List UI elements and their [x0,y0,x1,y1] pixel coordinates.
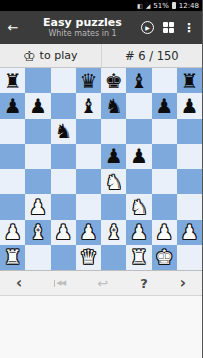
white-pawn: ♟ [130,222,148,242]
bottom-toolbar: ‹ ◀◀ ↩ ? › [0,270,202,296]
square-c7[interactable] [51,93,76,118]
overflow-menu-button[interactable]: ⋮ [183,21,195,35]
white-knight: ♞ [130,197,148,217]
back-arrow-icon: ← [8,20,19,35]
square-g2[interactable]: ♟ [152,220,177,245]
white-queen: ♛ [79,247,97,267]
black-pawn: ♟ [155,96,173,116]
status-bar: ◧ ◢ 51% 12:48 [0,0,202,11]
square-f5[interactable]: ♟ [126,144,151,169]
overflow-icon: ⋮ [183,21,195,35]
square-h2[interactable]: ♟ [177,220,202,245]
square-f7[interactable] [126,93,151,118]
square-b3[interactable]: ♟ [25,194,50,219]
black-pawn: ♟ [4,96,22,116]
square-f6[interactable] [126,119,151,144]
square-d5[interactable] [76,144,101,169]
white-pawn: ♟ [54,222,72,242]
square-h7[interactable]: ♟ [177,93,202,118]
square-c3[interactable] [51,194,76,219]
square-b1[interactable] [25,245,50,270]
square-h3[interactable] [177,194,202,219]
to-play-indicator: ♔ to play [0,44,101,67]
previous-puzzle-button[interactable]: ‹ [16,276,22,291]
empty-bottom-area [0,296,202,358]
white-pawn: ♟ [29,197,47,217]
square-g8[interactable] [152,68,177,93]
square-h5[interactable] [177,144,202,169]
white-pawn: ♟ [155,222,173,242]
square-d3[interactable] [76,194,101,219]
hint-button[interactable]: ? [140,277,148,290]
square-d8[interactable]: ♛ [76,68,101,93]
square-d4[interactable] [76,169,101,194]
square-c8[interactable] [51,68,76,93]
square-c6[interactable]: ♞ [51,119,76,144]
square-d1[interactable]: ♛ [76,245,101,270]
black-pawn: ♟ [180,96,198,116]
to-play-label: to play [40,49,78,62]
square-a7[interactable]: ♟ [0,93,25,118]
square-f8[interactable]: ♝ [126,68,151,93]
square-e2[interactable]: ♝ [101,220,126,245]
square-e5[interactable]: ♟ [101,144,126,169]
square-a5[interactable] [0,144,25,169]
app-window: ◧ ◢ 51% 12:48 ← Easy puzzles White mates… [0,0,202,358]
square-e3[interactable] [101,194,126,219]
back-button[interactable]: ← [0,20,26,35]
status-time: 12:48 [179,2,199,10]
black-pawn: ♟ [29,96,47,116]
square-a6[interactable] [0,119,25,144]
puzzle-counter: # 6 / 150 [125,49,179,63]
black-knight: ♞ [54,121,72,141]
next-puzzle-button[interactable]: › [180,276,186,291]
square-f4[interactable] [126,169,151,194]
square-b4[interactable] [25,169,50,194]
black-rook: ♜ [180,71,198,91]
square-e8[interactable]: ♚ [101,68,126,93]
square-g4[interactable] [152,169,177,194]
info-bar: ♔ to play # 6 / 150 [0,44,202,68]
square-d2[interactable]: ♟ [76,220,101,245]
square-h1[interactable] [177,245,202,270]
square-f1[interactable]: ♜ [126,245,151,270]
app-bar-actions: ▶ ⋮ [139,21,202,35]
white-bishop: ♝ [29,222,47,242]
square-c4[interactable] [51,169,76,194]
puzzle-grid-button[interactable] [163,22,174,33]
square-a8[interactable]: ♜ [0,68,25,93]
square-h8[interactable]: ♜ [177,68,202,93]
square-c5[interactable] [51,144,76,169]
square-b8[interactable] [25,68,50,93]
square-a1[interactable]: ♜ [0,245,25,270]
square-b6[interactable] [25,119,50,144]
square-g1[interactable]: ♚ [152,245,177,270]
square-e6[interactable] [101,119,126,144]
square-b5[interactable] [25,144,50,169]
white-rook: ♜ [130,247,148,267]
black-pawn: ♟ [130,146,148,166]
black-queen: ♛ [79,71,97,91]
square-e1[interactable] [101,245,126,270]
square-h4[interactable] [177,169,202,194]
square-e4[interactable]: ♞ [101,169,126,194]
black-knight: ♞ [105,96,123,116]
square-g7[interactable]: ♟ [152,93,177,118]
square-d7[interactable]: ♝ [76,93,101,118]
app-bar: ← Easy puzzles White mates in 1 ▶ ⋮ [0,11,202,44]
white-rook: ♜ [4,247,22,267]
page-title: Easy puzzles [26,17,139,30]
white-pawn: ♟ [4,222,22,242]
black-bishop: ♝ [130,71,148,91]
square-g6[interactable] [152,119,177,144]
white-king: ♚ [155,247,173,267]
play-icon: ▶ [145,24,150,31]
square-b2[interactable]: ♝ [25,220,50,245]
white-pawn: ♟ [79,222,97,242]
puzzle-counter-section: # 6 / 150 [101,44,203,67]
app-bar-titles: Easy puzzles White mates in 1 [26,17,139,39]
square-a3[interactable] [0,194,25,219]
white-knight: ♞ [105,172,123,192]
square-b7[interactable]: ♟ [25,93,50,118]
black-king: ♚ [105,71,123,91]
chess-board: ♜♛♚♝♜♟♟♝♞♟♟♞♟♟♞♟♞♟♝♟♟♝♟♟♟♜♛♜♚ [0,68,202,270]
square-a4[interactable] [0,169,25,194]
square-c2[interactable]: ♟ [51,220,76,245]
battery-icon [172,2,176,9]
page-subtitle: White mates in 1 [26,29,139,38]
square-f2[interactable]: ♟ [126,220,151,245]
white-bishop: ♝ [105,222,123,242]
black-pawn: ♟ [105,146,123,166]
square-h6[interactable] [177,119,202,144]
black-bishop: ♝ [79,96,97,116]
play-button[interactable]: ▶ [141,21,154,34]
undo-move-button[interactable]: ↩ [97,277,108,290]
square-c1[interactable] [51,245,76,270]
notification-icon: ◧ [137,3,143,9]
square-d6[interactable] [76,119,101,144]
square-a2[interactable]: ♟ [0,220,25,245]
battery-percent: 51% [153,2,169,10]
square-g5[interactable] [152,144,177,169]
white-king-icon: ♔ [23,49,36,63]
white-pawn: ♟ [180,222,198,242]
black-rook: ♜ [4,71,22,91]
square-f3[interactable]: ♞ [126,194,151,219]
square-e7[interactable]: ♞ [101,93,126,118]
square-g3[interactable] [152,194,177,219]
restart-puzzle-button[interactable]: ◀◀ [54,280,65,287]
signal-icon: ◢ [146,3,151,9]
